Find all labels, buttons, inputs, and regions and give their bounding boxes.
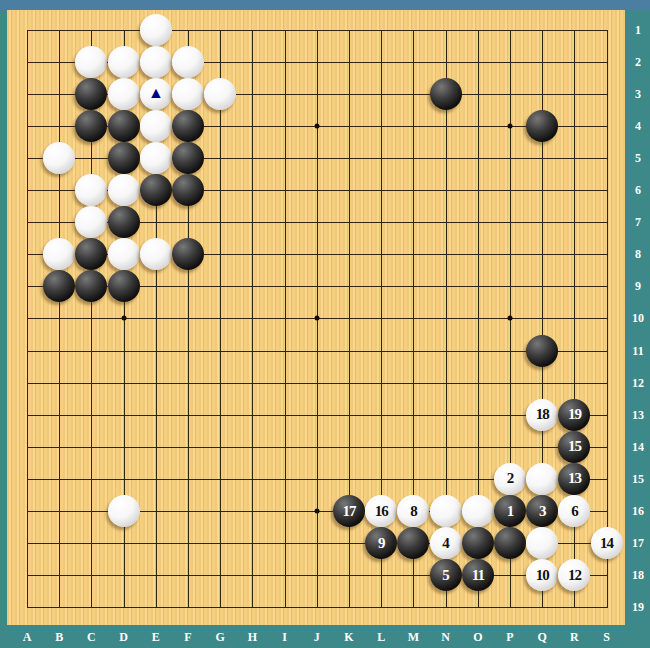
stone-B8[interactable] (43, 238, 75, 270)
star-point (508, 123, 513, 128)
stone-number: 3 (539, 504, 546, 519)
row-label-9: 9 (627, 279, 649, 294)
column-label-O: O (467, 630, 489, 645)
column-label-S: S (596, 630, 618, 645)
column-label-M: M (402, 630, 424, 645)
stone-number: 5 (442, 568, 449, 583)
stone-number: 19 (568, 407, 581, 422)
column-label-B: B (48, 630, 70, 645)
row-label-17: 17 (627, 536, 649, 551)
stone-R14[interactable]: 15 (558, 431, 590, 463)
stone-Q13[interactable]: 18 (526, 399, 558, 431)
star-point (121, 316, 126, 321)
stone-N3[interactable] (430, 78, 462, 110)
stone-D5[interactable] (108, 142, 140, 174)
stone-C7[interactable] (75, 206, 107, 238)
row-label-18: 18 (627, 568, 649, 583)
stone-M16[interactable]: 8 (397, 495, 429, 527)
stone-D8[interactable] (108, 238, 140, 270)
stone-F3[interactable] (172, 78, 204, 110)
triangle-mark-icon: ▲ (148, 85, 164, 101)
column-label-K: K (338, 630, 360, 645)
column-label-C: C (80, 630, 102, 645)
stone-N17[interactable]: 4 (430, 527, 462, 559)
stone-O16[interactable] (462, 495, 494, 527)
stone-F4[interactable] (172, 110, 204, 142)
stone-C9[interactable] (75, 270, 107, 302)
row-label-16: 16 (627, 504, 649, 519)
stone-number: 13 (568, 471, 581, 486)
stone-number: 10 (536, 568, 549, 583)
row-label-4: 4 (627, 118, 649, 133)
grid-hline (27, 575, 608, 576)
column-label-H: H (241, 630, 263, 645)
stone-F5[interactable] (172, 142, 204, 174)
stone-S17[interactable]: 14 (591, 527, 623, 559)
stone-E1[interactable] (140, 14, 172, 46)
stone-N18[interactable]: 5 (430, 559, 462, 591)
row-label-3: 3 (627, 86, 649, 101)
stone-Q15[interactable] (526, 463, 558, 495)
column-label-Q: Q (531, 630, 553, 645)
column-label-L: L (370, 630, 392, 645)
grid-hline (27, 607, 608, 608)
stone-number: 17 (343, 504, 356, 519)
stone-D6[interactable] (108, 174, 140, 206)
grid-vline (607, 30, 608, 609)
stone-number: 4 (442, 536, 449, 551)
stone-R16[interactable]: 6 (558, 495, 590, 527)
grid-hline (27, 351, 608, 352)
stone-number: 6 (571, 504, 578, 519)
star-point (314, 316, 319, 321)
star-point (314, 123, 319, 128)
row-label-2: 2 (627, 54, 649, 69)
column-label-F: F (177, 630, 199, 645)
row-label-19: 19 (627, 600, 649, 615)
column-label-J: J (306, 630, 328, 645)
stone-F6[interactable] (172, 174, 204, 206)
stone-number: 15 (568, 439, 581, 454)
stone-G3[interactable] (204, 78, 236, 110)
board-frame: ▲1819152131716813694145111012 ABCDEFGHIJ… (0, 0, 650, 648)
grid-hline (27, 415, 608, 416)
row-label-11: 11 (627, 343, 649, 358)
stone-number: 9 (378, 536, 385, 551)
stone-Q17[interactable] (526, 527, 558, 559)
column-label-N: N (435, 630, 457, 645)
stone-O18[interactable]: 11 (462, 559, 494, 591)
stone-D9[interactable] (108, 270, 140, 302)
row-label-14: 14 (627, 439, 649, 454)
stone-P17[interactable] (494, 527, 526, 559)
stone-D2[interactable] (108, 46, 140, 78)
stone-P16[interactable]: 1 (494, 495, 526, 527)
stone-L16[interactable]: 16 (365, 495, 397, 527)
stone-L17[interactable]: 9 (365, 527, 397, 559)
row-label-13: 13 (627, 407, 649, 422)
column-label-E: E (145, 630, 167, 645)
stone-R15[interactable]: 13 (558, 463, 590, 495)
stone-M17[interactable] (397, 527, 429, 559)
row-label-1: 1 (627, 22, 649, 37)
stone-Q11[interactable] (526, 335, 558, 367)
stone-E5[interactable] (140, 142, 172, 174)
row-label-6: 6 (627, 183, 649, 198)
row-label-7: 7 (627, 215, 649, 230)
row-label-5: 5 (627, 150, 649, 165)
stone-R18[interactable]: 12 (558, 559, 590, 591)
column-label-P: P (499, 630, 521, 645)
stone-E8[interactable] (140, 238, 172, 270)
stone-E3[interactable]: ▲ (140, 78, 172, 110)
stone-D7[interactable] (108, 206, 140, 238)
stone-E4[interactable] (140, 110, 172, 142)
stone-number: 12 (568, 568, 581, 583)
stone-P15[interactable]: 2 (494, 463, 526, 495)
stone-C6[interactable] (75, 174, 107, 206)
grid-hline (27, 447, 608, 448)
stone-Q4[interactable] (526, 110, 558, 142)
star-point (508, 316, 513, 321)
stone-C4[interactable] (75, 110, 107, 142)
stone-C8[interactable] (75, 238, 107, 270)
top-edge-strip (0, 0, 650, 10)
stone-R13[interactable]: 19 (558, 399, 590, 431)
row-label-10: 10 (627, 311, 649, 326)
stone-Q18[interactable]: 10 (526, 559, 558, 591)
column-label-D: D (113, 630, 135, 645)
stone-number: 2 (507, 471, 514, 486)
stone-C3[interactable] (75, 78, 107, 110)
stone-N16[interactable] (430, 495, 462, 527)
row-label-8: 8 (627, 247, 649, 262)
column-label-G: G (209, 630, 231, 645)
stone-B5[interactable] (43, 142, 75, 174)
star-point (314, 509, 319, 514)
stone-E2[interactable] (140, 46, 172, 78)
stone-C2[interactable] (75, 46, 107, 78)
stone-D16[interactable] (108, 495, 140, 527)
stone-B9[interactable] (43, 270, 75, 302)
stone-D4[interactable] (108, 110, 140, 142)
stone-number: 8 (410, 504, 417, 519)
stone-K16[interactable]: 17 (333, 495, 365, 527)
row-label-12: 12 (627, 375, 649, 390)
stone-Q16[interactable]: 3 (526, 495, 558, 527)
stone-number: 1 (507, 504, 514, 519)
stone-number: 16 (375, 504, 388, 519)
column-label-A: A (16, 630, 38, 645)
column-label-R: R (563, 630, 585, 645)
stone-E6[interactable] (140, 174, 172, 206)
stone-F8[interactable] (172, 238, 204, 270)
stone-D3[interactable] (108, 78, 140, 110)
stone-F2[interactable] (172, 46, 204, 78)
row-label-15: 15 (627, 471, 649, 486)
stone-O17[interactable] (462, 527, 494, 559)
column-label-I: I (274, 630, 296, 645)
stone-number: 18 (536, 407, 549, 422)
stone-number: 14 (600, 536, 613, 551)
stone-number: 11 (472, 568, 484, 583)
grid-hline (27, 383, 608, 384)
